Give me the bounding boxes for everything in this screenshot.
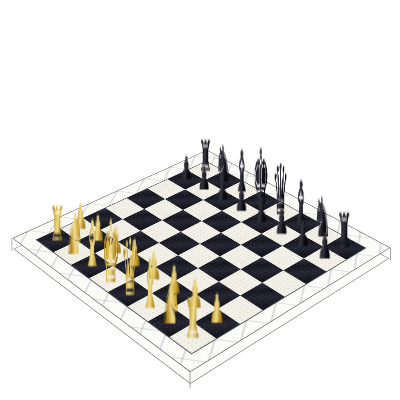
square-a6 <box>283 258 326 283</box>
board-border <box>12 150 391 373</box>
board-edge-line <box>190 373 191 389</box>
square-a5 <box>262 270 306 296</box>
chess-3d-scene: ♜♞♝♛♚♝♞♜♟♟♟♟♟♟♟♟♟♟♟♟♟♟♟♟♜♞♝♛♚♝♞♜ <box>0 0 400 400</box>
square-b4 <box>219 269 262 295</box>
square-c5 <box>220 245 262 269</box>
board-edge-line <box>12 238 13 251</box>
square-a4 <box>240 283 284 310</box>
square-b6 <box>262 246 304 271</box>
square-b5 <box>241 257 284 282</box>
square-d4 <box>178 244 220 268</box>
board-edge-line <box>390 248 391 261</box>
square-c4 <box>198 256 241 281</box>
